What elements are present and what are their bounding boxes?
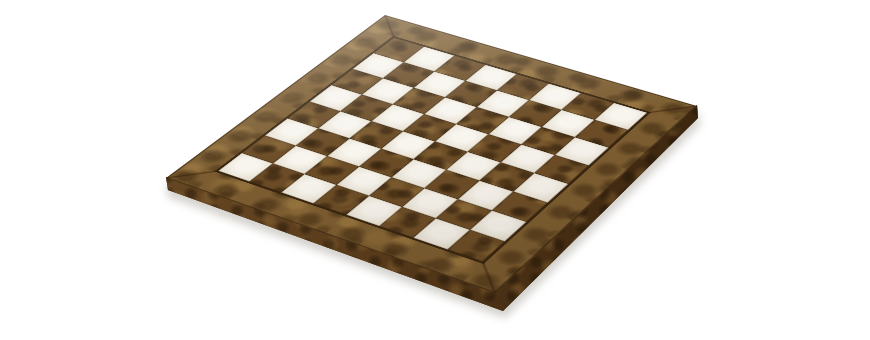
- chessboard-photo: [0, 0, 870, 340]
